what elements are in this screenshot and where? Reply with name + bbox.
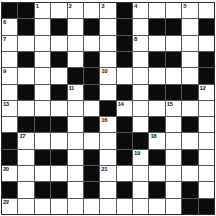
crossword-cell[interactable]: 9 <box>2 68 17 83</box>
crossword-cell[interactable] <box>166 150 181 165</box>
crossword-cell[interactable] <box>100 19 115 34</box>
block-cell <box>51 19 66 34</box>
crossword-cell[interactable] <box>182 166 197 181</box>
clue-number: 12 <box>200 85 206 92</box>
crossword-cell[interactable] <box>84 3 99 18</box>
crossword-cell[interactable] <box>35 19 50 34</box>
crossword-cell[interactable] <box>2 85 17 100</box>
clue-number: 4 <box>134 3 137 10</box>
crossword-cell[interactable]: 13 <box>2 101 17 116</box>
crossword-cell[interactable] <box>100 150 115 165</box>
crossword-board: 12345678910111213141516171819202122 <box>0 0 216 216</box>
block-cell <box>117 182 132 197</box>
clue-number: 20 <box>3 166 9 173</box>
block-cell <box>117 19 132 34</box>
block-cell <box>182 199 197 214</box>
block-cell <box>84 182 99 197</box>
crossword-cell[interactable] <box>149 68 164 83</box>
crossword-cell[interactable]: 17 <box>18 133 33 148</box>
crossword-cell[interactable] <box>18 166 33 181</box>
crossword-cell[interactable]: 5 <box>182 3 197 18</box>
clue-number: 1 <box>36 3 39 10</box>
crossword-cell[interactable] <box>84 133 99 148</box>
crossword-cell[interactable] <box>68 117 83 132</box>
block-cell <box>84 166 99 181</box>
block-cell <box>84 52 99 67</box>
block-cell <box>149 52 164 67</box>
block-cell <box>51 182 66 197</box>
crossword-cell[interactable] <box>35 166 50 181</box>
crossword-cell[interactable] <box>18 150 33 165</box>
crossword-cell[interactable] <box>182 19 197 34</box>
clue-number: 10 <box>101 68 107 75</box>
block-cell <box>51 52 66 67</box>
clue-number: 19 <box>134 150 140 157</box>
crossword-cell[interactable] <box>84 36 99 51</box>
block-cell <box>166 19 181 34</box>
crossword-cell[interactable] <box>35 85 50 100</box>
crossword-grid: 12345678910111213141516171819202122 <box>1 2 215 215</box>
crossword-cell[interactable] <box>199 166 214 181</box>
crossword-cell[interactable] <box>35 101 50 116</box>
crossword-cell[interactable] <box>149 3 164 18</box>
block-cell <box>84 117 99 132</box>
block-cell <box>84 68 99 83</box>
block-cell <box>84 85 99 100</box>
block-cell <box>2 150 17 165</box>
block-cell <box>100 101 115 116</box>
crossword-cell[interactable] <box>35 133 50 148</box>
block-cell <box>51 117 66 132</box>
block-cell <box>68 68 83 83</box>
clue-number: 17 <box>19 133 25 140</box>
block-cell <box>2 182 17 197</box>
crossword-cell[interactable] <box>84 199 99 214</box>
block-cell <box>117 36 132 51</box>
crossword-cell[interactable] <box>133 199 148 214</box>
clue-number: 6 <box>3 19 6 26</box>
block-cell <box>18 85 33 100</box>
clue-number: 22 <box>3 199 9 206</box>
crossword-cell[interactable]: 2 <box>68 3 83 18</box>
crossword-cell[interactable] <box>149 101 164 116</box>
crossword-cell[interactable]: 3 <box>100 3 115 18</box>
block-cell <box>2 133 17 148</box>
crossword-cell[interactable] <box>68 101 83 116</box>
crossword-cell[interactable]: 14 <box>117 101 132 116</box>
clue-number: 15 <box>167 101 173 108</box>
clue-number: 21 <box>101 166 107 173</box>
block-cell <box>117 3 132 18</box>
crossword-cell[interactable] <box>2 117 17 132</box>
crossword-cell[interactable] <box>133 117 148 132</box>
block-cell <box>117 133 132 148</box>
crossword-cell[interactable]: 22 <box>2 199 17 214</box>
crossword-cell[interactable]: 20 <box>2 166 17 181</box>
crossword-cell[interactable] <box>199 117 214 132</box>
crossword-cell[interactable] <box>117 166 132 181</box>
block-cell <box>133 133 148 148</box>
crossword-cell[interactable] <box>182 52 197 67</box>
crossword-cell[interactable] <box>35 68 50 83</box>
crossword-cell[interactable] <box>199 36 214 51</box>
crossword-cell[interactable] <box>182 101 197 116</box>
block-cell <box>18 3 33 18</box>
block-cell <box>166 52 181 67</box>
crossword-cell[interactable] <box>133 166 148 181</box>
crossword-cell[interactable] <box>166 117 181 132</box>
block-cell <box>182 85 197 100</box>
crossword-cell[interactable] <box>199 133 214 148</box>
block-cell <box>18 19 33 34</box>
crossword-cell[interactable]: 7 <box>2 36 17 51</box>
crossword-cell[interactable] <box>133 52 148 67</box>
crossword-cell[interactable] <box>117 199 132 214</box>
block-cell <box>182 117 197 132</box>
block-cell <box>51 150 66 165</box>
crossword-cell[interactable] <box>68 52 83 67</box>
clue-number: 11 <box>69 85 74 92</box>
crossword-cell[interactable]: 11 <box>68 85 83 100</box>
crossword-cell[interactable] <box>35 199 50 214</box>
crossword-cell[interactable] <box>68 166 83 181</box>
block-cell <box>149 117 164 132</box>
block-cell <box>117 85 132 100</box>
crossword-cell[interactable] <box>100 85 115 100</box>
block-cell <box>2 3 17 18</box>
crossword-cell[interactable] <box>182 68 197 83</box>
clue-number: 5 <box>183 3 186 10</box>
crossword-cell[interactable]: 16 <box>100 117 115 132</box>
block-cell <box>199 52 214 67</box>
block-cell <box>199 19 214 34</box>
crossword-cell[interactable] <box>166 3 181 18</box>
block-cell <box>149 182 164 197</box>
clue-number: 13 <box>3 101 9 108</box>
crossword-cell[interactable]: 15 <box>166 101 181 116</box>
crossword-cell[interactable] <box>68 133 83 148</box>
crossword-cell[interactable]: 18 <box>149 133 164 148</box>
crossword-cell[interactable] <box>100 199 115 214</box>
crossword-cell[interactable] <box>100 182 115 197</box>
clue-number: 8 <box>134 36 137 43</box>
block-cell <box>149 19 164 34</box>
crossword-cell[interactable] <box>133 101 148 116</box>
crossword-cell[interactable] <box>51 101 66 116</box>
crossword-cell[interactable] <box>35 52 50 67</box>
crossword-cell[interactable] <box>199 150 214 165</box>
crossword-cell[interactable]: 10 <box>100 68 115 83</box>
crossword-cell[interactable] <box>51 68 66 83</box>
clue-number: 16 <box>101 117 107 124</box>
crossword-cell[interactable]: 21 <box>100 166 115 181</box>
block-cell <box>35 182 50 197</box>
crossword-cell[interactable] <box>51 36 66 51</box>
crossword-cell[interactable] <box>182 36 197 51</box>
crossword-cell[interactable]: 4 <box>133 3 148 18</box>
crossword-cell[interactable] <box>68 19 83 34</box>
crossword-cell[interactable] <box>149 199 164 214</box>
crossword-cell[interactable] <box>117 68 132 83</box>
block-cell <box>18 117 33 132</box>
crossword-cell[interactable] <box>84 101 99 116</box>
crossword-cell[interactable] <box>18 182 33 197</box>
crossword-cell[interactable] <box>51 166 66 181</box>
crossword-cell[interactable] <box>100 52 115 67</box>
crossword-cell[interactable] <box>182 133 197 148</box>
crossword-cell[interactable]: 8 <box>133 36 148 51</box>
block-cell <box>84 19 99 34</box>
crossword-cell[interactable] <box>68 182 83 197</box>
crossword-cell[interactable] <box>199 3 214 18</box>
crossword-cell[interactable]: 6 <box>2 19 17 34</box>
block-cell <box>35 150 50 165</box>
crossword-cell[interactable]: 1 <box>35 3 50 18</box>
crossword-cell[interactable] <box>199 182 214 197</box>
block-cell <box>199 199 214 214</box>
crossword-cell[interactable] <box>149 36 164 51</box>
crossword-cell[interactable] <box>166 133 181 148</box>
clue-number: 14 <box>118 101 124 108</box>
block-cell <box>51 85 66 100</box>
clue-number: 18 <box>150 133 156 140</box>
crossword-cell[interactable] <box>166 166 181 181</box>
block-cell <box>18 52 33 67</box>
crossword-cell[interactable] <box>18 101 33 116</box>
crossword-cell[interactable] <box>51 3 66 18</box>
crossword-cell[interactable] <box>100 36 115 51</box>
crossword-cell[interactable] <box>2 52 17 67</box>
block-cell <box>182 150 197 165</box>
crossword-cell[interactable] <box>18 36 33 51</box>
crossword-cell[interactable]: 19 <box>133 150 148 165</box>
crossword-cell[interactable] <box>51 199 66 214</box>
clue-number: 7 <box>3 36 6 43</box>
crossword-cell[interactable] <box>199 101 214 116</box>
block-cell <box>117 150 132 165</box>
crossword-cell[interactable] <box>51 133 66 148</box>
crossword-cell[interactable]: 12 <box>199 85 214 100</box>
crossword-cell[interactable] <box>133 85 148 100</box>
crossword-cell[interactable] <box>133 182 148 197</box>
crossword-cell[interactable] <box>68 150 83 165</box>
block-cell <box>117 52 132 67</box>
crossword-cell[interactable] <box>18 199 33 214</box>
crossword-cell[interactable] <box>149 166 164 181</box>
crossword-cell[interactable] <box>166 199 181 214</box>
clue-number: 9 <box>3 68 6 75</box>
crossword-cell[interactable] <box>100 133 115 148</box>
crossword-cell[interactable] <box>68 36 83 51</box>
clue-number: 2 <box>69 3 72 10</box>
block-cell <box>84 150 99 165</box>
crossword-cell[interactable] <box>166 182 181 197</box>
crossword-cell[interactable] <box>68 199 83 214</box>
block-cell <box>35 117 50 132</box>
block-cell <box>117 117 132 132</box>
block-cell <box>166 85 181 100</box>
block-cell <box>199 68 214 83</box>
crossword-cell[interactable] <box>133 19 148 34</box>
crossword-cell[interactable] <box>166 36 181 51</box>
clue-number: 3 <box>101 3 104 10</box>
crossword-cell[interactable] <box>35 36 50 51</box>
block-cell <box>149 150 164 165</box>
block-cell <box>182 182 197 197</box>
crossword-cell[interactable] <box>18 68 33 83</box>
crossword-cell[interactable] <box>133 68 148 83</box>
crossword-cell[interactable] <box>166 68 181 83</box>
block-cell <box>149 85 164 100</box>
